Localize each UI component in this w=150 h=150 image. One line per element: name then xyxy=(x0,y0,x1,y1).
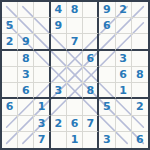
cell-r8c2[interactable] xyxy=(18,116,34,132)
cell-r4c6[interactable]: 6 xyxy=(83,51,99,67)
cell-r1c9[interactable] xyxy=(132,2,148,18)
cell-r1c5[interactable]: 8 xyxy=(67,2,83,18)
cell-r4c1[interactable] xyxy=(2,51,18,67)
cell-r5c2[interactable]: 3 xyxy=(18,67,34,83)
cell-r1c3[interactable] xyxy=(34,2,50,18)
cell-r1c7[interactable]: 9 xyxy=(99,2,115,18)
cell-r4c9[interactable] xyxy=(132,51,148,67)
cell-r7c5[interactable] xyxy=(67,99,83,115)
cell-r2c7[interactable]: 6 xyxy=(99,18,115,34)
cell-r2c2[interactable] xyxy=(18,18,34,34)
cell-r8c3[interactable]: 3 xyxy=(34,116,50,132)
cell-r6c9[interactable] xyxy=(132,83,148,99)
cell-r7c1[interactable]: 6 xyxy=(2,99,18,115)
cell-r1c8[interactable]: 2 xyxy=(116,2,132,18)
cell-r6c1[interactable] xyxy=(2,83,18,99)
cell-r9c9[interactable]: 6 xyxy=(132,132,148,148)
cell-r9c6[interactable] xyxy=(83,132,99,148)
cell-r4c5[interactable] xyxy=(67,51,83,67)
cell-r8c8[interactable] xyxy=(116,116,132,132)
cell-r8c7[interactable] xyxy=(99,116,115,132)
cell-r2c4[interactable]: 9 xyxy=(51,18,67,34)
cell-r9c8[interactable] xyxy=(116,132,132,148)
cell-r3c9[interactable] xyxy=(132,34,148,50)
cell-r8c4[interactable]: 2 xyxy=(51,116,67,132)
cell-r6c5[interactable] xyxy=(67,83,83,99)
cell-r6c2[interactable]: 6 xyxy=(18,83,34,99)
cell-r3c7[interactable] xyxy=(99,34,115,50)
sudoku-grid: 48925962978633686381615232677136 xyxy=(2,2,148,148)
cell-r1c6[interactable] xyxy=(83,2,99,18)
cell-r1c4[interactable]: 4 xyxy=(51,2,67,18)
cell-r8c6[interactable]: 7 xyxy=(83,116,99,132)
cell-r3c5[interactable]: 7 xyxy=(67,34,83,50)
cell-r5c8[interactable]: 6 xyxy=(116,67,132,83)
cell-r7c3[interactable]: 1 xyxy=(34,99,50,115)
cell-r2c3[interactable] xyxy=(34,18,50,34)
cell-r7c2[interactable] xyxy=(18,99,34,115)
cell-r9c4[interactable] xyxy=(51,132,67,148)
cell-r5c5[interactable] xyxy=(67,67,83,83)
cell-r4c7[interactable] xyxy=(99,51,115,67)
cell-r6c6[interactable]: 8 xyxy=(83,83,99,99)
cell-r7c4[interactable] xyxy=(51,99,67,115)
cell-r9c5[interactable]: 1 xyxy=(67,132,83,148)
cell-r5c3[interactable] xyxy=(34,67,50,83)
cell-r3c8[interactable] xyxy=(116,34,132,50)
cell-r6c3[interactable] xyxy=(34,83,50,99)
cell-r8c9[interactable] xyxy=(132,116,148,132)
cell-r2c9[interactable] xyxy=(132,18,148,34)
cell-r7c6[interactable] xyxy=(83,99,99,115)
cell-r7c7[interactable]: 5 xyxy=(99,99,115,115)
cell-r5c6[interactable] xyxy=(83,67,99,83)
cell-r4c2[interactable]: 8 xyxy=(18,51,34,67)
cell-r9c3[interactable]: 7 xyxy=(34,132,50,148)
cell-r1c1[interactable] xyxy=(2,2,18,18)
cell-r7c8[interactable] xyxy=(116,99,132,115)
cell-r2c1[interactable]: 5 xyxy=(2,18,18,34)
cell-r8c5[interactable]: 6 xyxy=(67,116,83,132)
cell-r3c4[interactable] xyxy=(51,34,67,50)
cell-r6c8[interactable]: 1 xyxy=(116,83,132,99)
cell-r9c2[interactable] xyxy=(18,132,34,148)
cell-r4c8[interactable]: 3 xyxy=(116,51,132,67)
cell-r5c7[interactable] xyxy=(99,67,115,83)
cell-r2c8[interactable] xyxy=(116,18,132,34)
cell-r9c1[interactable] xyxy=(2,132,18,148)
cell-r5c1[interactable] xyxy=(2,67,18,83)
cell-r4c3[interactable] xyxy=(34,51,50,67)
cell-r2c6[interactable] xyxy=(83,18,99,34)
cell-r6c4[interactable]: 3 xyxy=(51,83,67,99)
cell-r1c2[interactable] xyxy=(18,2,34,18)
cell-r7c9[interactable]: 2 xyxy=(132,99,148,115)
cell-r3c3[interactable] xyxy=(34,34,50,50)
cell-r3c2[interactable]: 9 xyxy=(18,34,34,50)
cell-r3c6[interactable] xyxy=(83,34,99,50)
cell-r5c9[interactable]: 8 xyxy=(132,67,148,83)
cell-r5c4[interactable] xyxy=(51,67,67,83)
cell-r4c4[interactable] xyxy=(51,51,67,67)
cell-r9c7[interactable]: 3 xyxy=(99,132,115,148)
cell-r8c1[interactable] xyxy=(2,116,18,132)
cell-r3c1[interactable]: 2 xyxy=(2,34,18,50)
cell-r2c5[interactable] xyxy=(67,18,83,34)
cell-r6c7[interactable] xyxy=(99,83,115,99)
sudoku-board: 48925962978633686381615232677136 xyxy=(0,0,150,150)
